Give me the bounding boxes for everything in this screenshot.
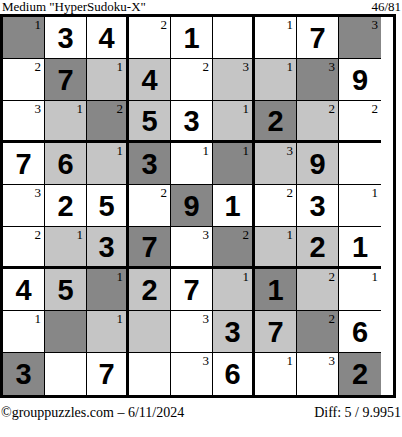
cell-r9c5[interactable]: 3 (171, 353, 213, 395)
cell-r7c8[interactable]: 2 (297, 269, 339, 311)
cell-r4c6[interactable]: 1 (213, 143, 255, 185)
pencil-mark: 1 (287, 17, 294, 32)
cell-r3c5[interactable]: 3 (171, 101, 213, 143)
cell-r2c7[interactable]: 1 (255, 59, 297, 101)
pencil-mark: 2 (35, 59, 42, 74)
cell-r5c1[interactable]: 3 (3, 185, 45, 227)
cell-r2c9[interactable]: 9 (339, 59, 381, 101)
cell-value: 6 (224, 359, 240, 389)
copyright-credit: ©grouppuzzles.com – 6/11/2024 (1, 405, 184, 421)
cell-value: 7 (57, 65, 73, 95)
sudoku-board: 1342117327142313931253122276131139325291… (0, 14, 396, 398)
cell-r4c3[interactable]: 1 (87, 143, 129, 185)
cell-value: 9 (183, 191, 199, 221)
cell-r5c6[interactable]: 1 (213, 185, 255, 227)
cell-value: 7 (183, 275, 199, 305)
pencil-mark: 1 (243, 143, 250, 158)
cell-r4c8[interactable]: 9 (297, 143, 339, 185)
cell-r9c2[interactable] (45, 353, 87, 395)
cell-r3c1[interactable]: 3 (3, 101, 45, 143)
cell-r2c8[interactable]: 3 (297, 59, 339, 101)
cell-r2c3[interactable]: 1 (87, 59, 129, 101)
cell-r4c4[interactable]: 3 (129, 143, 171, 185)
cell-r1c3[interactable]: 4 (87, 17, 129, 59)
cell-r6c8[interactable]: 2 (297, 227, 339, 269)
cell-r5c5[interactable]: 9 (171, 185, 213, 227)
cell-r5c8[interactable]: 3 (297, 185, 339, 227)
cell-value: 5 (57, 275, 73, 305)
cell-r5c7[interactable]: 2 (255, 185, 297, 227)
pencil-mark: 1 (77, 227, 84, 242)
cell-value: 7 (141, 232, 157, 262)
pencil-mark: 1 (287, 227, 294, 242)
cell-r6c4[interactable]: 7 (129, 227, 171, 269)
cell-r2c5[interactable]: 2 (171, 59, 213, 101)
pencil-mark: 2 (243, 227, 250, 242)
cell-value: 6 (57, 149, 73, 179)
pencil-mark: 3 (287, 143, 294, 158)
cell-value: 5 (98, 191, 114, 221)
cell-r8c8[interactable]: 2 (297, 311, 339, 353)
pencil-mark: 2 (372, 101, 379, 116)
pencil-mark: 1 (243, 269, 250, 284)
cell-value: 2 (267, 106, 283, 136)
pencil-mark: 1 (117, 269, 124, 284)
cell-value: 7 (15, 149, 31, 179)
pencil-mark: 3 (35, 101, 42, 116)
cell-r9c3[interactable]: 7 (87, 353, 129, 395)
cell-value: 3 (309, 191, 325, 221)
pencil-mark: 2 (287, 185, 294, 200)
cell-r9c9[interactable]: 2 (339, 353, 381, 395)
cell-r7c9[interactable]: 1 (339, 269, 381, 311)
pencil-mark: 1 (35, 17, 42, 32)
cell-r7c2[interactable]: 5 (45, 269, 87, 311)
puzzle-title: Medium "HyperSudoku-X" (2, 0, 146, 14)
cell-r7c1[interactable]: 4 (3, 269, 45, 311)
cell-value: 6 (352, 317, 368, 347)
cell-r1c9[interactable]: 3 (339, 17, 381, 59)
pencil-mark: 2 (161, 185, 168, 200)
pencil-mark: 1 (203, 143, 210, 158)
cell-value: 4 (98, 23, 114, 53)
cell-r3c2[interactable]: 1 (45, 101, 87, 143)
cell-r9c6[interactable]: 6 (213, 353, 255, 395)
pencil-mark: 3 (35, 185, 42, 200)
cell-r8c9[interactable]: 6 (339, 311, 381, 353)
pencil-mark: 2 (203, 59, 210, 74)
pencil-mark: 1 (372, 185, 379, 200)
pencil-mark: 1 (117, 311, 124, 326)
cell-r8c2[interactable] (45, 311, 87, 353)
pencil-mark: 1 (372, 269, 379, 284)
cell-r5c3[interactable]: 5 (87, 185, 129, 227)
cell-r6c1[interactable]: 2 (3, 227, 45, 269)
cell-r2c2[interactable]: 7 (45, 59, 87, 101)
pencil-mark: 2 (161, 17, 168, 32)
cell-r7c5[interactable]: 7 (171, 269, 213, 311)
cell-value: 4 (15, 275, 31, 305)
cell-r2c1[interactable]: 2 (3, 59, 45, 101)
cell-value: 2 (57, 191, 73, 221)
cell-r1c7[interactable]: 1 (255, 17, 297, 59)
cell-r3c7[interactable]: 2 (255, 101, 297, 143)
cell-value: 1 (224, 191, 240, 221)
cell-value: 2 (141, 275, 157, 305)
cell-value: 1 (267, 275, 283, 305)
cell-r1c8[interactable]: 7 (297, 17, 339, 59)
cell-r2c4[interactable]: 4 (129, 59, 171, 101)
cell-r8c6[interactable]: 3 (213, 311, 255, 353)
cell-r6c7[interactable]: 1 (255, 227, 297, 269)
cell-value: 7 (267, 317, 283, 347)
cell-r1c2[interactable]: 3 (45, 17, 87, 59)
pencil-mark: 3 (203, 227, 210, 242)
cell-r8c5[interactable]: 3 (171, 311, 213, 353)
pencil-mark: 1 (287, 59, 294, 74)
pencil-mark: 1 (243, 101, 250, 116)
cell-r1c4[interactable]: 2 (129, 17, 171, 59)
cell-r8c4[interactable] (129, 311, 171, 353)
cell-value: 2 (309, 232, 325, 262)
cell-r1c5[interactable]: 1 (171, 17, 213, 59)
cell-r8c7[interactable]: 7 (255, 311, 297, 353)
cell-value: 7 (309, 23, 325, 53)
cell-r4c1[interactable]: 7 (3, 143, 45, 185)
cell-r3c8[interactable]: 2 (297, 101, 339, 143)
cell-r3c4[interactable]: 5 (129, 101, 171, 143)
progress-counter: 46/81 (371, 0, 401, 14)
cell-value: 3 (98, 232, 114, 262)
cell-r1c6[interactable] (213, 17, 255, 59)
cell-value: 4 (141, 65, 157, 95)
cell-r8c1[interactable]: 1 (3, 311, 45, 353)
cell-value: 1 (352, 232, 368, 262)
pencil-mark: 3 (203, 353, 210, 368)
cell-value: 9 (309, 149, 325, 179)
pencil-mark: 3 (372, 17, 379, 32)
cell-r5c9[interactable]: 1 (339, 185, 381, 227)
pencil-mark: 1 (77, 101, 84, 116)
difficulty-rating: Diff: 5 / 9.9951 (314, 405, 401, 421)
cell-r1c1[interactable]: 1 (3, 17, 45, 59)
cell-r3c9[interactable]: 2 (339, 101, 381, 143)
pencil-mark: 3 (329, 59, 336, 74)
pencil-mark: 1 (35, 311, 42, 326)
cell-r9c4[interactable] (129, 353, 171, 395)
cell-r7c4[interactable]: 2 (129, 269, 171, 311)
cell-r9c1[interactable]: 3 (3, 353, 45, 395)
cell-r3c3[interactable]: 2 (87, 101, 129, 143)
cell-value: 3 (183, 106, 199, 136)
pencil-mark: 2 (329, 269, 336, 284)
cell-r7c7[interactable]: 1 (255, 269, 297, 311)
cell-value: 7 (98, 359, 114, 389)
cell-r9c7[interactable]: 1 (255, 353, 297, 395)
cell-r4c9[interactable] (339, 143, 381, 185)
cell-value: 3 (224, 317, 240, 347)
cell-value: 9 (352, 65, 368, 95)
cell-r6c5[interactable]: 3 (171, 227, 213, 269)
cell-r8c3[interactable]: 1 (87, 311, 129, 353)
cell-r2c6[interactable]: 3 (213, 59, 255, 101)
cell-r4c5[interactable]: 1 (171, 143, 213, 185)
cell-value: 3 (57, 23, 73, 53)
cell-r9c8[interactable]: 3 (297, 353, 339, 395)
pencil-mark: 2 (117, 101, 124, 116)
cell-r4c2[interactable]: 6 (45, 143, 87, 185)
pencil-mark: 1 (287, 353, 294, 368)
footer-bar: ©grouppuzzles.com – 6/11/2024 Diff: 5 / … (0, 398, 402, 421)
cell-r6c2[interactable]: 1 (45, 227, 87, 269)
cell-r6c6[interactable]: 2 (213, 227, 255, 269)
pencil-mark: 1 (117, 143, 124, 158)
cell-r3c6[interactable]: 1 (213, 101, 255, 143)
cell-value: 5 (141, 106, 157, 136)
pencil-mark: 2 (329, 311, 336, 326)
pencil-mark: 3 (203, 311, 210, 326)
cell-value: 1 (183, 23, 199, 53)
cell-r7c6[interactable]: 1 (213, 269, 255, 311)
cell-value: 2 (352, 359, 368, 389)
cell-r5c4[interactable]: 2 (129, 185, 171, 227)
pencil-mark: 2 (329, 101, 336, 116)
header-bar: Medium "HyperSudoku-X" 46/81 (0, 0, 402, 14)
pencil-mark: 1 (117, 59, 124, 74)
cell-value: 3 (15, 359, 31, 389)
cell-r7c3[interactable]: 1 (87, 269, 129, 311)
pencil-mark: 3 (243, 59, 250, 74)
cell-r6c3[interactable]: 3 (87, 227, 129, 269)
cell-value: 3 (141, 149, 157, 179)
cell-r4c7[interactable]: 3 (255, 143, 297, 185)
pencil-mark: 2 (35, 227, 42, 242)
pencil-mark: 3 (329, 353, 336, 368)
cell-r6c9[interactable]: 1 (339, 227, 381, 269)
cell-r5c2[interactable]: 2 (45, 185, 87, 227)
